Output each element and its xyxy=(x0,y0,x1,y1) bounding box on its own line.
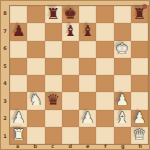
square-e2[interactable]: ♟ xyxy=(79,110,96,127)
rank-label-1: 1 xyxy=(1,134,9,139)
square-c4[interactable] xyxy=(45,75,62,92)
rank-label-4: 4 xyxy=(1,81,9,86)
piece-black-queen[interactable]: ♛ xyxy=(46,93,59,108)
square-f2[interactable] xyxy=(96,110,113,127)
square-g2[interactable]: ♝ xyxy=(114,110,131,127)
square-d1[interactable] xyxy=(62,127,79,144)
file-label-a: a xyxy=(9,143,27,149)
square-h6[interactable] xyxy=(131,41,148,58)
file-label-d: d xyxy=(62,143,80,149)
square-a6[interactable] xyxy=(10,41,27,58)
piece-white-queen[interactable]: ♛ xyxy=(133,127,146,142)
square-d4[interactable] xyxy=(62,75,79,92)
square-h3[interactable] xyxy=(131,92,148,109)
square-b2[interactable] xyxy=(27,110,44,127)
square-d7[interactable]: ♝ xyxy=(62,23,79,40)
piece-white-pawn[interactable]: ♟ xyxy=(115,93,128,108)
piece-black-king[interactable]: ♚ xyxy=(64,7,77,22)
rank-label-8: 8 xyxy=(1,11,9,16)
square-g1[interactable] xyxy=(114,127,131,144)
square-h4[interactable] xyxy=(131,75,148,92)
file-label-f: f xyxy=(97,143,115,149)
square-d3[interactable] xyxy=(62,92,79,109)
piece-black-bishop[interactable]: ♝ xyxy=(64,24,77,39)
square-d2[interactable] xyxy=(62,110,79,127)
piece-white-king[interactable]: ♚ xyxy=(115,41,128,56)
file-label-e: e xyxy=(79,143,97,149)
square-b6[interactable] xyxy=(27,41,44,58)
square-a3[interactable] xyxy=(10,92,27,109)
rank-label-6: 6 xyxy=(1,46,9,51)
square-f3[interactable] xyxy=(96,92,113,109)
square-g3[interactable]: ♟ xyxy=(114,92,131,109)
square-e8[interactable] xyxy=(79,6,96,23)
square-d6[interactable] xyxy=(62,41,79,58)
square-f5[interactable] xyxy=(96,58,113,75)
square-c1[interactable] xyxy=(45,127,62,144)
square-a8[interactable] xyxy=(10,6,27,23)
chess-board: ♜♚♜♟♝♝♚♞♛♟♟♟♝♟♜♛ xyxy=(9,5,149,145)
square-e7[interactable]: ♝ xyxy=(79,23,96,40)
square-a5[interactable] xyxy=(10,58,27,75)
file-label-g: g xyxy=(114,143,132,149)
square-f8[interactable] xyxy=(96,6,113,23)
square-f6[interactable] xyxy=(96,41,113,58)
square-d5[interactable] xyxy=(62,58,79,75)
rank-label-5: 5 xyxy=(1,64,9,69)
square-g7[interactable] xyxy=(114,23,131,40)
piece-black-pawn[interactable]: ♟ xyxy=(12,24,25,39)
square-a1[interactable]: ♜ xyxy=(10,127,27,144)
square-g5[interactable] xyxy=(114,58,131,75)
square-a2[interactable]: ♟ xyxy=(10,110,27,127)
square-e1[interactable] xyxy=(79,127,96,144)
piece-white-pawn[interactable]: ♟ xyxy=(12,110,25,125)
square-b7[interactable] xyxy=(27,23,44,40)
square-g4[interactable] xyxy=(114,75,131,92)
square-b5[interactable] xyxy=(27,58,44,75)
square-a7[interactable]: ♟ xyxy=(10,23,27,40)
square-a4[interactable] xyxy=(10,75,27,92)
square-e3[interactable] xyxy=(79,92,96,109)
square-c8[interactable]: ♜ xyxy=(45,6,62,23)
square-c3[interactable]: ♛ xyxy=(45,92,62,109)
piece-white-pawn[interactable]: ♟ xyxy=(133,110,146,125)
move-indicator-dot xyxy=(142,4,147,9)
square-f4[interactable] xyxy=(96,75,113,92)
piece-white-bishop[interactable]: ♝ xyxy=(115,110,128,125)
square-h7[interactable] xyxy=(131,23,148,40)
file-label-c: c xyxy=(44,143,62,149)
square-b8[interactable] xyxy=(27,6,44,23)
square-g8[interactable] xyxy=(114,6,131,23)
square-b4[interactable] xyxy=(27,75,44,92)
piece-black-bishop[interactable]: ♝ xyxy=(81,24,94,39)
square-b1[interactable] xyxy=(27,127,44,144)
square-h5[interactable] xyxy=(131,58,148,75)
rank-label-7: 7 xyxy=(1,29,9,34)
square-c7[interactable] xyxy=(45,23,62,40)
square-h1[interactable]: ♛ xyxy=(131,127,148,144)
piece-white-knight[interactable]: ♞ xyxy=(29,93,42,108)
square-h2[interactable]: ♟ xyxy=(131,110,148,127)
square-c5[interactable] xyxy=(45,58,62,75)
square-b3[interactable]: ♞ xyxy=(27,92,44,109)
piece-black-rook[interactable]: ♜ xyxy=(46,7,59,22)
square-e6[interactable] xyxy=(79,41,96,58)
piece-white-pawn[interactable]: ♟ xyxy=(81,110,94,125)
square-f1[interactable] xyxy=(96,127,113,144)
square-g6[interactable]: ♚ xyxy=(114,41,131,58)
rank-label-3: 3 xyxy=(1,99,9,104)
square-c6[interactable] xyxy=(45,41,62,58)
piece-white-rook[interactable]: ♜ xyxy=(12,127,25,142)
file-label-b: b xyxy=(27,143,45,149)
square-f7[interactable] xyxy=(96,23,113,40)
board-frame: ♜♚♜♟♝♝♚♞♛♟♟♟♝♟♜♛ 87654321abcdefgh xyxy=(0,0,150,150)
rank-label-2: 2 xyxy=(1,116,9,121)
square-c2[interactable] xyxy=(45,110,62,127)
square-e4[interactable] xyxy=(79,75,96,92)
square-d8[interactable]: ♚ xyxy=(62,6,79,23)
square-e5[interactable] xyxy=(79,58,96,75)
file-label-h: h xyxy=(132,143,150,149)
